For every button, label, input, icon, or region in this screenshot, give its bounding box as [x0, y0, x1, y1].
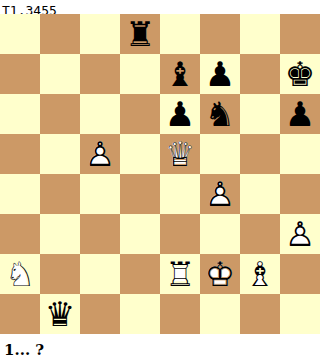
square-a5[interactable] [0, 134, 40, 174]
square-b4[interactable] [40, 174, 80, 214]
square-b5[interactable] [40, 134, 80, 174]
square-a1[interactable] [0, 294, 40, 334]
square-b7[interactable] [40, 54, 80, 94]
white-pawn[interactable]: ♟♙ [200, 174, 240, 214]
square-d7[interactable] [120, 54, 160, 94]
square-e7[interactable]: ♝ [160, 54, 200, 94]
square-h3[interactable]: ♟♙ [280, 214, 320, 254]
square-e8[interactable] [160, 14, 200, 54]
square-g7[interactable] [240, 54, 280, 94]
square-g3[interactable] [240, 214, 280, 254]
square-a7[interactable] [0, 54, 40, 94]
square-d6[interactable] [120, 94, 160, 134]
square-h5[interactable] [280, 134, 320, 174]
white-pawn[interactable]: ♟♙ [280, 214, 320, 254]
black-pawn[interactable]: ♟ [280, 94, 320, 134]
square-f7[interactable]: ♟ [200, 54, 240, 94]
square-f4[interactable]: ♟♙ [200, 174, 240, 214]
square-a8[interactable] [0, 14, 40, 54]
white-rook[interactable]: ♜♖ [160, 254, 200, 294]
title-bar: T1.3455 [0, 0, 320, 14]
square-f8[interactable] [200, 14, 240, 54]
square-h6[interactable]: ♟ [280, 94, 320, 134]
square-e6[interactable]: ♟ [160, 94, 200, 134]
square-f3[interactable] [200, 214, 240, 254]
square-c4[interactable] [80, 174, 120, 214]
white-king[interactable]: ♚♔ [200, 254, 240, 294]
square-h4[interactable] [280, 174, 320, 214]
black-queen[interactable]: ♛ [40, 294, 80, 334]
square-f6[interactable]: ♞ [200, 94, 240, 134]
white-pawn[interactable]: ♟♙ [80, 134, 120, 174]
square-h7[interactable]: ♚ [280, 54, 320, 94]
footer-bar: 1... ? [0, 334, 320, 360]
square-a2[interactable]: ♞♘ [0, 254, 40, 294]
black-rook[interactable]: ♜ [120, 14, 160, 54]
square-d3[interactable] [120, 214, 160, 254]
square-c8[interactable] [80, 14, 120, 54]
square-c5[interactable]: ♟♙ [80, 134, 120, 174]
square-c7[interactable] [80, 54, 120, 94]
square-a4[interactable] [0, 174, 40, 214]
square-e2[interactable]: ♜♖ [160, 254, 200, 294]
chess-board: ♜♝♟♚♟♞♟♟♙♛♕♟♙♟♙♞♘♜♖♚♔♝♗♛ [0, 14, 320, 334]
square-c6[interactable] [80, 94, 120, 134]
white-queen[interactable]: ♛♕ [160, 134, 200, 174]
move-prompt: 1... ? [4, 341, 44, 359]
square-a6[interactable] [0, 94, 40, 134]
square-g2[interactable]: ♝♗ [240, 254, 280, 294]
square-d2[interactable] [120, 254, 160, 294]
square-e4[interactable] [160, 174, 200, 214]
square-g5[interactable] [240, 134, 280, 174]
square-h2[interactable] [280, 254, 320, 294]
square-e1[interactable] [160, 294, 200, 334]
square-c2[interactable] [80, 254, 120, 294]
white-bishop[interactable]: ♝♗ [240, 254, 280, 294]
white-knight[interactable]: ♞♘ [0, 254, 40, 294]
square-b6[interactable] [40, 94, 80, 134]
square-g8[interactable] [240, 14, 280, 54]
square-h8[interactable] [280, 14, 320, 54]
black-pawn[interactable]: ♟ [200, 54, 240, 94]
square-e3[interactable] [160, 214, 200, 254]
square-f1[interactable] [200, 294, 240, 334]
square-g6[interactable] [240, 94, 280, 134]
square-c1[interactable] [80, 294, 120, 334]
square-b3[interactable] [40, 214, 80, 254]
square-f5[interactable] [200, 134, 240, 174]
square-h1[interactable] [280, 294, 320, 334]
square-d1[interactable] [120, 294, 160, 334]
square-d5[interactable] [120, 134, 160, 174]
square-b1[interactable]: ♛ [40, 294, 80, 334]
square-e5[interactable]: ♛♕ [160, 134, 200, 174]
square-b2[interactable] [40, 254, 80, 294]
black-knight[interactable]: ♞ [200, 94, 240, 134]
square-g1[interactable] [240, 294, 280, 334]
square-d8[interactable]: ♜ [120, 14, 160, 54]
black-king[interactable]: ♚ [280, 54, 320, 94]
black-bishop[interactable]: ♝ [160, 54, 200, 94]
square-d4[interactable] [120, 174, 160, 214]
black-pawn[interactable]: ♟ [160, 94, 200, 134]
square-f2[interactable]: ♚♔ [200, 254, 240, 294]
square-b8[interactable] [40, 14, 80, 54]
square-g4[interactable] [240, 174, 280, 214]
square-a3[interactable] [0, 214, 40, 254]
square-c3[interactable] [80, 214, 120, 254]
